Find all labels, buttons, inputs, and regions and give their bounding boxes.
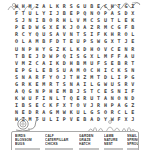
- grid-cell: L: [88, 81, 95, 88]
- grid-cell: E: [123, 17, 130, 24]
- grid-cell: E: [20, 24, 27, 31]
- grid-cell: Q: [20, 88, 27, 95]
- grid-cell: K: [68, 109, 75, 116]
- grid-cell: R: [123, 81, 130, 88]
- grid-cell: H: [68, 60, 75, 67]
- grid-cell: P: [123, 74, 130, 81]
- grid-cell: P: [13, 24, 20, 31]
- grid-cell: G: [116, 24, 123, 31]
- grid-cell: Z: [88, 24, 95, 31]
- grid-cell: N: [20, 45, 27, 52]
- grid-cell: N: [27, 17, 34, 24]
- grid-cell: K: [47, 102, 54, 109]
- grid-cell: U: [129, 53, 136, 60]
- grid-cell: H: [20, 3, 27, 10]
- grid-cell: S: [81, 31, 88, 38]
- grid-cell: C: [95, 88, 102, 95]
- grid-cell: V: [13, 60, 20, 67]
- grid-cell: L: [123, 109, 130, 116]
- grid-cell: K: [102, 31, 109, 38]
- grid-cell: H: [75, 74, 82, 81]
- grid-cell: O: [95, 10, 102, 17]
- grid-cell: N: [123, 45, 130, 52]
- grid-cell: W: [61, 109, 68, 116]
- grid-cell: S: [95, 17, 102, 24]
- grid-cell: C: [109, 24, 116, 31]
- grid-cell: U: [102, 17, 109, 24]
- grid-cell: U: [75, 38, 82, 45]
- grid-cell: T: [20, 10, 27, 17]
- grid-cell: S: [123, 67, 130, 74]
- grid-cell: T: [75, 31, 82, 38]
- grid-cell: N: [88, 10, 95, 17]
- grid-cell: L: [68, 45, 75, 52]
- grid-cell: L: [20, 38, 27, 45]
- grid-cell: G: [40, 24, 47, 31]
- grid-cell: S: [116, 81, 123, 88]
- grid-cell: Z: [81, 74, 88, 81]
- grid-cell: F: [54, 102, 61, 109]
- grid-cell: M: [27, 3, 34, 10]
- grid-cell: D: [102, 74, 109, 81]
- grid-cell: P: [75, 10, 82, 17]
- grid-cell: L: [129, 31, 136, 38]
- grid-cell: E: [129, 38, 136, 45]
- grid-cell: N: [34, 88, 41, 95]
- grid-cell: G: [88, 109, 95, 116]
- grid-cell: Z: [27, 60, 34, 67]
- grid-cell: Z: [129, 102, 136, 109]
- grid-cell: O: [123, 31, 130, 38]
- grid-cell: R: [95, 102, 102, 109]
- grid-cell: L: [47, 116, 54, 123]
- grid-cell: Y: [40, 45, 47, 52]
- grid-cell: N: [68, 81, 75, 88]
- grid-cell: F: [123, 24, 130, 31]
- grid-cell: R: [34, 74, 41, 81]
- grid-cell: L: [47, 3, 54, 10]
- grid-cell: S: [95, 109, 102, 116]
- grid-cell: L: [34, 67, 41, 74]
- grid-cell: P: [102, 10, 109, 17]
- grid-cell: B: [129, 24, 136, 31]
- grid-cell: I: [40, 95, 47, 102]
- grid-cell: K: [61, 24, 68, 31]
- grid-cell: R: [47, 81, 54, 88]
- grid-cell: X: [61, 102, 68, 109]
- grid-cell: Z: [34, 3, 41, 10]
- grid-cell: E: [13, 67, 20, 74]
- grid-cell: U: [27, 95, 34, 102]
- grid-cell: W: [20, 95, 27, 102]
- grid-cell: T: [54, 81, 61, 88]
- grid-cell: P: [109, 102, 116, 109]
- grid-cell: O: [13, 38, 20, 45]
- grid-cell: O: [47, 17, 54, 24]
- grid-cell: O: [75, 102, 82, 109]
- grid-cell: S: [61, 81, 68, 88]
- grid-cell: K: [13, 95, 20, 102]
- grid-cell: U: [88, 60, 95, 67]
- grid-cell: K: [61, 45, 68, 52]
- grid-cell: E: [34, 102, 41, 109]
- grid-cell: C: [88, 67, 95, 74]
- grid-cell: J: [34, 53, 41, 60]
- grid-cell: F: [95, 60, 102, 67]
- word-list-box: BIRDSCALFGARDENLAMBSNAILBLOSSOMCATERPILL…: [11, 131, 139, 150]
- grid-cell: G: [75, 3, 82, 10]
- grid-cell: J: [75, 88, 82, 95]
- grid-cell: W: [34, 24, 41, 31]
- grid-cell: S: [88, 38, 95, 45]
- grid-cell: K: [129, 17, 136, 24]
- grid-cell: T: [129, 60, 136, 67]
- word-list: BIRDSCALFGARDENLAMBSNAILBLOSSOMCATERPILL…: [15, 134, 135, 151]
- grid-cell: T: [88, 88, 95, 95]
- grid-cell: J: [54, 10, 61, 17]
- cutoff-row-strip: [15, 148, 40, 150]
- grid-cell: E: [68, 10, 75, 17]
- grid-cell: S: [109, 88, 116, 95]
- grid-cell: G: [102, 38, 109, 45]
- grid-cell: M: [20, 60, 27, 67]
- grid-cell: W: [47, 53, 54, 60]
- grid-cell: O: [75, 24, 82, 31]
- grid-cell: X: [109, 38, 116, 45]
- grid-cell: T: [116, 38, 123, 45]
- grid-cell: M: [40, 81, 47, 88]
- grid-cell: O: [54, 74, 61, 81]
- grid-cell: Y: [27, 31, 34, 38]
- grid-cell: J: [61, 74, 68, 81]
- grid-cell: N: [47, 95, 54, 102]
- grid-cell: A: [81, 24, 88, 31]
- grid-cell: M: [81, 60, 88, 67]
- grid-cell: S: [81, 88, 88, 95]
- grid-cell: X: [47, 24, 54, 31]
- grid-cell: I: [123, 88, 130, 95]
- grid-cell: N: [116, 88, 123, 95]
- grid-cell: K: [54, 60, 61, 67]
- grid-cell: W: [13, 3, 20, 10]
- grid-cell: S: [13, 74, 20, 81]
- grid-cell: E: [75, 95, 82, 102]
- word-list-item: NEST: [104, 142, 126, 146]
- grid-cell: L: [68, 17, 75, 24]
- grid-cell: G: [27, 88, 34, 95]
- grid-cell: E: [27, 53, 34, 60]
- grid-cell: E: [34, 81, 41, 88]
- cutoff-row-strip: [45, 148, 73, 150]
- grid-cell: U: [109, 81, 116, 88]
- grid-cell: E: [102, 88, 109, 95]
- word-list-item: SPROUT: [127, 142, 139, 146]
- grid-cell: G: [129, 74, 136, 81]
- grid-cell: B: [61, 10, 68, 17]
- grid-cell: J: [88, 102, 95, 109]
- grid-cell: P: [40, 88, 47, 95]
- grid-cell: W: [102, 81, 109, 88]
- grid-cell: H: [61, 17, 68, 24]
- grid-cell: F: [109, 53, 116, 60]
- grid-cell: Y: [40, 10, 47, 17]
- grid-cell: I: [68, 53, 75, 60]
- grid-cell: D: [54, 38, 61, 45]
- grid-cell: I: [47, 60, 54, 67]
- grid-cell: D: [40, 53, 47, 60]
- grid-cell: I: [116, 74, 123, 81]
- grid-cell: X: [129, 10, 136, 17]
- grid-cell: H: [47, 88, 54, 95]
- grid-cell: X: [88, 53, 95, 60]
- grid-cell: M: [81, 17, 88, 24]
- grid-cell: V: [81, 102, 88, 109]
- grid-cell: M: [88, 74, 95, 81]
- grid-cell: E: [68, 38, 75, 45]
- grid-cell: E: [54, 88, 61, 95]
- grid-cell: M: [61, 88, 68, 95]
- word-list-item: BUGS: [15, 142, 44, 146]
- grid-cell: C: [88, 17, 95, 24]
- grid-cell: V: [75, 17, 82, 24]
- grid-cell: B: [116, 60, 123, 67]
- cutoff-row-strip: [104, 148, 123, 150]
- grid-cell: C: [20, 31, 27, 38]
- grid-cell: F: [40, 74, 47, 81]
- grid-cell: A: [54, 31, 61, 38]
- grid-cell: Y: [47, 74, 54, 81]
- grid-cell: J: [123, 38, 130, 45]
- grid-cell: H: [34, 45, 41, 52]
- grid-cell: T: [116, 3, 123, 10]
- grid-cell: A: [109, 10, 116, 17]
- grid-cell: H: [109, 31, 116, 38]
- grid-cell: L: [81, 109, 88, 116]
- grid-cell: A: [27, 74, 34, 81]
- grid-cell: E: [54, 24, 61, 31]
- grid-cell: R: [20, 81, 27, 88]
- grid-cell: Q: [34, 31, 41, 38]
- grid-cell: B: [68, 88, 75, 95]
- grid-cell: T: [109, 17, 116, 24]
- grid-cell: U: [40, 31, 47, 38]
- grid-cell: D: [129, 95, 136, 102]
- grid-cell: I: [13, 102, 20, 109]
- grid-cell: N: [20, 74, 27, 81]
- grid-cell: R: [54, 17, 61, 24]
- grid-cell: Q: [81, 10, 88, 17]
- grid-cell: M: [75, 67, 82, 74]
- grid-cell: P: [20, 67, 27, 74]
- grid-cell: J: [68, 24, 75, 31]
- grid-cell: G: [95, 81, 102, 88]
- grid-cell: P: [61, 116, 68, 123]
- grid-cell: K: [116, 67, 123, 74]
- grid-cell: L: [54, 95, 61, 102]
- grid-cell: U: [13, 45, 20, 52]
- grid-cell: D: [123, 10, 130, 17]
- grid-cell: G: [13, 81, 20, 88]
- grid-cell: C: [109, 67, 116, 74]
- grid-cell: A: [40, 60, 47, 67]
- grid-cell: N: [109, 95, 116, 102]
- grid-cell: K: [54, 3, 61, 10]
- grid-cell: P: [27, 45, 34, 52]
- grid-cell: Z: [54, 45, 61, 52]
- grid-cell: L: [116, 17, 123, 24]
- grid-cell: H: [88, 45, 95, 52]
- grid-cell: E: [129, 109, 136, 116]
- grid-cell: A: [75, 81, 82, 88]
- grid-cell: R: [13, 31, 20, 38]
- grid-cell: C: [40, 102, 47, 109]
- grid-cell: O: [81, 67, 88, 74]
- grid-cell: S: [13, 17, 20, 24]
- grid-cell: G: [27, 67, 34, 74]
- grid-cell: M: [54, 109, 61, 116]
- grid-cell: F: [13, 10, 20, 17]
- grid-cell: S: [102, 60, 109, 67]
- grid-cell: W: [95, 38, 102, 45]
- grid-cell: R: [123, 60, 130, 67]
- grid-cell: P: [81, 38, 88, 45]
- grid-cell: T: [95, 74, 102, 81]
- grid-cell: I: [34, 17, 41, 24]
- grid-cell: R: [109, 109, 116, 116]
- grid-cell: Q: [68, 95, 75, 102]
- grid-cell: I: [129, 3, 136, 10]
- grid-cell: B: [20, 53, 27, 60]
- grid-cell: I: [47, 10, 54, 17]
- grid-cell: U: [88, 95, 95, 102]
- grid-cell: G: [123, 3, 130, 10]
- grid-cell: B: [47, 67, 54, 74]
- grid-cell: G: [81, 53, 88, 60]
- grid-cell: V: [68, 116, 75, 123]
- grid-cell: D: [27, 24, 34, 31]
- grid-cell: S: [27, 102, 34, 109]
- grid-cell: T: [68, 74, 75, 81]
- grid-cell: F: [129, 88, 136, 95]
- grid-cell: B: [40, 17, 47, 24]
- grid-cell: T: [95, 95, 102, 102]
- grid-cell: D: [61, 60, 68, 67]
- grid-cell: R: [81, 95, 88, 102]
- grid-cell: G: [47, 109, 54, 116]
- grid-cell: N: [68, 31, 75, 38]
- grid-cell: S: [47, 31, 54, 38]
- grid-cell: H: [95, 67, 102, 74]
- grid-cell: V: [61, 31, 68, 38]
- grid-cell: E: [116, 45, 123, 52]
- grid-cell: S: [68, 3, 75, 10]
- grid-cell: A: [116, 102, 123, 109]
- grid-cell: E: [95, 3, 102, 10]
- grid-cell: N: [123, 95, 130, 102]
- grid-cell: A: [27, 38, 34, 45]
- word-search-grid: WHMZALKRSGUBECHTGIFTULYIJBEPQNOPASDXSJNI…: [13, 3, 136, 123]
- grid-cell: B: [75, 60, 82, 67]
- grid-cell: B: [20, 102, 27, 109]
- word-list-item: CHICKS: [45, 142, 78, 146]
- grid-cell: L: [95, 53, 102, 60]
- grid-cell: R: [95, 24, 102, 31]
- grid-cell: G: [123, 102, 130, 109]
- grid-cell: C: [116, 109, 123, 116]
- grid-cell: V: [102, 45, 109, 52]
- grid-cell: T: [61, 38, 68, 45]
- grid-cell: I: [81, 81, 88, 88]
- grid-cell: R: [116, 31, 123, 38]
- grid-cell: O: [116, 95, 123, 102]
- word-list-item: HATCH: [79, 142, 103, 146]
- grid-cell: M: [102, 53, 109, 60]
- grid-cell: T: [68, 102, 75, 109]
- grid-cell: M: [34, 38, 41, 45]
- grid-cell: S: [116, 10, 123, 17]
- cutoff-row-strip: [79, 148, 99, 150]
- grid-cell: O: [95, 45, 102, 52]
- grid-cell: D: [81, 45, 88, 52]
- grid-cell: M: [102, 24, 109, 31]
- grid-cell: L: [34, 10, 41, 17]
- grid-cell: L: [109, 74, 116, 81]
- grid-cell: I: [54, 116, 61, 123]
- grid-cell: Q: [61, 53, 68, 60]
- grid-cell: U: [75, 109, 82, 116]
- grid-cell: R: [61, 3, 68, 10]
- grid-cell: T: [13, 53, 20, 60]
- grid-cell: B: [40, 38, 47, 45]
- grid-cell: E: [75, 116, 82, 123]
- grid-cell: A: [40, 3, 47, 10]
- grid-cell: S: [75, 53, 82, 60]
- grid-cell: E: [109, 60, 116, 67]
- grid-cell: A: [123, 53, 130, 60]
- grid-cell: A: [13, 88, 20, 95]
- grid-cell: E: [40, 67, 47, 74]
- grid-cell: F: [34, 95, 41, 102]
- grid-cell: H: [102, 102, 109, 109]
- grid-cell: I: [102, 67, 109, 74]
- grid-cell: K: [75, 45, 82, 52]
- grid-cell: N: [129, 67, 136, 74]
- grid-cell: U: [81, 3, 88, 10]
- grid-cell: P: [54, 53, 61, 60]
- grid-cell: O: [102, 109, 109, 116]
- grid-cell: F: [47, 38, 54, 45]
- grid-cell: F: [95, 31, 102, 38]
- grid-cell: S: [54, 67, 61, 74]
- grid-cell: V: [129, 81, 136, 88]
- grid-cell: C: [34, 60, 41, 67]
- cutoff-row-strip: [127, 148, 139, 150]
- grid-cell: C: [102, 3, 109, 10]
- grid-cell: U: [27, 10, 34, 17]
- grid-cell: H: [109, 3, 116, 10]
- grid-cell: U: [61, 67, 68, 74]
- grid-cell: I: [88, 31, 95, 38]
- grid-cell: R: [129, 45, 136, 52]
- grid-cell: T: [61, 95, 68, 102]
- grid-cell: C: [109, 45, 116, 52]
- grid-cell: B: [88, 3, 95, 10]
- grid-cell: A: [68, 67, 75, 74]
- grid-cell: F: [116, 53, 123, 60]
- grid-cell: J: [20, 17, 27, 24]
- grid-cell: G: [47, 45, 54, 52]
- grid-cell: K: [27, 81, 34, 88]
